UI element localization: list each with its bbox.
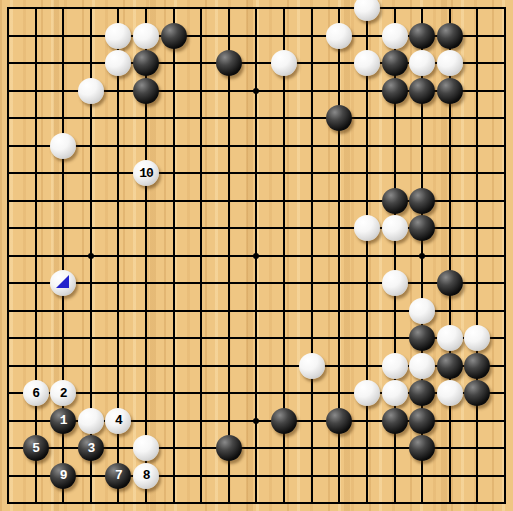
- intersection[interactable]: [215, 352, 243, 380]
- intersection[interactable]: [243, 269, 271, 297]
- intersection[interactable]: [353, 0, 381, 22]
- intersection[interactable]: [353, 49, 381, 77]
- intersection[interactable]: [160, 462, 188, 490]
- intersection[interactable]: [49, 132, 77, 160]
- intersection[interactable]: [22, 489, 50, 511]
- intersection[interactable]: [353, 297, 381, 325]
- intersection[interactable]: [353, 104, 381, 132]
- intersection[interactable]: [187, 214, 215, 242]
- intersection[interactable]: [491, 49, 513, 77]
- intersection[interactable]: [0, 434, 22, 462]
- intersection[interactable]: [49, 0, 77, 22]
- intersection[interactable]: [381, 489, 409, 511]
- intersection[interactable]: [49, 214, 77, 242]
- intersection[interactable]: [187, 324, 215, 352]
- intersection[interactable]: [464, 379, 492, 407]
- intersection[interactable]: [160, 0, 188, 22]
- intersection[interactable]: [436, 77, 464, 105]
- intersection[interactable]: [49, 104, 77, 132]
- intersection[interactable]: [353, 187, 381, 215]
- intersection[interactable]: [160, 77, 188, 105]
- intersection[interactable]: [160, 187, 188, 215]
- intersection[interactable]: [381, 352, 409, 380]
- intersection[interactable]: [353, 214, 381, 242]
- intersection[interactable]: [215, 434, 243, 462]
- intersection[interactable]: [187, 22, 215, 50]
- intersection[interactable]: [132, 489, 160, 511]
- intersection[interactable]: 1: [49, 407, 77, 435]
- intersection[interactable]: [298, 104, 326, 132]
- intersection[interactable]: [243, 214, 271, 242]
- intersection[interactable]: [270, 297, 298, 325]
- intersection[interactable]: [326, 132, 354, 160]
- intersection[interactable]: [436, 22, 464, 50]
- intersection[interactable]: [326, 214, 354, 242]
- intersection[interactable]: [243, 22, 271, 50]
- intersection[interactable]: [381, 159, 409, 187]
- intersection[interactable]: [270, 49, 298, 77]
- intersection[interactable]: [381, 0, 409, 22]
- intersection[interactable]: [408, 462, 436, 490]
- intersection[interactable]: [298, 352, 326, 380]
- intersection[interactable]: [22, 49, 50, 77]
- intersection[interactable]: [298, 462, 326, 490]
- intersection[interactable]: [49, 242, 77, 270]
- intersection[interactable]: [215, 77, 243, 105]
- intersection[interactable]: [270, 269, 298, 297]
- intersection[interactable]: [381, 104, 409, 132]
- intersection[interactable]: [105, 352, 133, 380]
- intersection[interactable]: [105, 159, 133, 187]
- intersection[interactable]: [160, 352, 188, 380]
- intersection[interactable]: [22, 269, 50, 297]
- intersection[interactable]: [215, 187, 243, 215]
- intersection[interactable]: [160, 407, 188, 435]
- intersection[interactable]: [0, 242, 22, 270]
- intersection[interactable]: [326, 187, 354, 215]
- intersection[interactable]: [0, 49, 22, 77]
- intersection[interactable]: [187, 0, 215, 22]
- intersection[interactable]: [77, 132, 105, 160]
- intersection[interactable]: [381, 214, 409, 242]
- intersection[interactable]: 2: [49, 379, 77, 407]
- intersection[interactable]: [381, 434, 409, 462]
- intersection[interactable]: [270, 489, 298, 511]
- intersection[interactable]: [326, 324, 354, 352]
- intersection[interactable]: [132, 0, 160, 22]
- intersection[interactable]: [215, 159, 243, 187]
- intersection[interactable]: [326, 489, 354, 511]
- intersection[interactable]: [381, 407, 409, 435]
- intersection[interactable]: [132, 379, 160, 407]
- intersection[interactable]: [49, 22, 77, 50]
- intersection[interactable]: [215, 0, 243, 22]
- intersection[interactable]: [160, 214, 188, 242]
- intersection[interactable]: [381, 242, 409, 270]
- intersection[interactable]: [464, 297, 492, 325]
- intersection[interactable]: [105, 379, 133, 407]
- intersection[interactable]: [353, 242, 381, 270]
- intersection[interactable]: [187, 407, 215, 435]
- intersection[interactable]: [436, 379, 464, 407]
- intersection[interactable]: [408, 489, 436, 511]
- intersection[interactable]: [49, 77, 77, 105]
- intersection[interactable]: [22, 462, 50, 490]
- intersection[interactable]: [408, 242, 436, 270]
- intersection[interactable]: [187, 77, 215, 105]
- intersection[interactable]: [353, 269, 381, 297]
- intersection[interactable]: [326, 159, 354, 187]
- intersection[interactable]: [270, 462, 298, 490]
- intersection[interactable]: [160, 434, 188, 462]
- intersection[interactable]: 10: [132, 159, 160, 187]
- intersection[interactable]: [298, 324, 326, 352]
- intersection[interactable]: [436, 49, 464, 77]
- intersection[interactable]: [270, 352, 298, 380]
- intersection[interactable]: [464, 407, 492, 435]
- intersection[interactable]: [491, 22, 513, 50]
- intersection[interactable]: [353, 434, 381, 462]
- intersection[interactable]: [243, 407, 271, 435]
- intersection[interactable]: [326, 104, 354, 132]
- intersection[interactable]: [132, 242, 160, 270]
- intersection[interactable]: [243, 49, 271, 77]
- intersection[interactable]: [77, 489, 105, 511]
- intersection[interactable]: [77, 352, 105, 380]
- intersection[interactable]: [187, 379, 215, 407]
- intersection[interactable]: [49, 324, 77, 352]
- intersection[interactable]: [243, 104, 271, 132]
- intersection[interactable]: [353, 462, 381, 490]
- intersection[interactable]: [436, 269, 464, 297]
- intersection[interactable]: [436, 297, 464, 325]
- intersection[interactable]: [408, 187, 436, 215]
- intersection[interactable]: [298, 132, 326, 160]
- intersection[interactable]: [381, 187, 409, 215]
- intersection[interactable]: [22, 132, 50, 160]
- intersection[interactable]: [105, 269, 133, 297]
- intersection[interactable]: [187, 434, 215, 462]
- intersection[interactable]: [298, 49, 326, 77]
- intersection[interactable]: [436, 462, 464, 490]
- intersection[interactable]: [353, 379, 381, 407]
- intersection[interactable]: [0, 0, 22, 22]
- intersection[interactable]: [436, 132, 464, 160]
- intersection[interactable]: [0, 462, 22, 490]
- intersection[interactable]: [187, 297, 215, 325]
- intersection[interactable]: [353, 489, 381, 511]
- intersection[interactable]: [381, 132, 409, 160]
- intersection[interactable]: 5: [22, 434, 50, 462]
- intersection[interactable]: [326, 434, 354, 462]
- intersection[interactable]: [408, 324, 436, 352]
- intersection[interactable]: [49, 187, 77, 215]
- intersection[interactable]: [77, 22, 105, 50]
- intersection[interactable]: [408, 297, 436, 325]
- intersection[interactable]: [298, 297, 326, 325]
- intersection[interactable]: [298, 407, 326, 435]
- intersection[interactable]: [270, 214, 298, 242]
- intersection[interactable]: 4: [105, 407, 133, 435]
- intersection[interactable]: [353, 159, 381, 187]
- intersection[interactable]: [77, 379, 105, 407]
- intersection[interactable]: [491, 132, 513, 160]
- intersection[interactable]: [22, 104, 50, 132]
- intersection[interactable]: [381, 22, 409, 50]
- intersection[interactable]: [408, 104, 436, 132]
- intersection[interactable]: [215, 297, 243, 325]
- intersection[interactable]: [381, 462, 409, 490]
- intersection[interactable]: [270, 434, 298, 462]
- intersection[interactable]: [381, 379, 409, 407]
- intersection[interactable]: [464, 187, 492, 215]
- intersection[interactable]: [187, 104, 215, 132]
- intersection[interactable]: [408, 49, 436, 77]
- intersection[interactable]: [105, 489, 133, 511]
- intersection[interactable]: [132, 77, 160, 105]
- intersection[interactable]: [132, 214, 160, 242]
- intersection[interactable]: [187, 242, 215, 270]
- intersection[interactable]: [298, 242, 326, 270]
- intersection[interactable]: [215, 407, 243, 435]
- intersection[interactable]: [436, 434, 464, 462]
- intersection[interactable]: [187, 269, 215, 297]
- intersection[interactable]: [215, 462, 243, 490]
- intersection[interactable]: [22, 187, 50, 215]
- intersection[interactable]: [464, 214, 492, 242]
- intersection[interactable]: [132, 104, 160, 132]
- intersection[interactable]: [491, 352, 513, 380]
- intersection[interactable]: [215, 489, 243, 511]
- intersection[interactable]: [353, 407, 381, 435]
- intersection[interactable]: [0, 132, 22, 160]
- intersection[interactable]: [187, 159, 215, 187]
- intersection[interactable]: [77, 0, 105, 22]
- intersection[interactable]: [298, 159, 326, 187]
- intersection[interactable]: [408, 77, 436, 105]
- intersection[interactable]: [132, 49, 160, 77]
- intersection[interactable]: [0, 352, 22, 380]
- intersection[interactable]: [464, 352, 492, 380]
- intersection[interactable]: [491, 242, 513, 270]
- intersection[interactable]: [491, 407, 513, 435]
- intersection[interactable]: [49, 297, 77, 325]
- intersection[interactable]: [77, 49, 105, 77]
- intersection[interactable]: [49, 352, 77, 380]
- intersection[interactable]: [77, 462, 105, 490]
- intersection[interactable]: [0, 22, 22, 50]
- intersection[interactable]: [77, 407, 105, 435]
- intersection[interactable]: [298, 434, 326, 462]
- intersection[interactable]: [77, 159, 105, 187]
- intersection[interactable]: [381, 77, 409, 105]
- intersection[interactable]: 9: [49, 462, 77, 490]
- intersection[interactable]: [105, 214, 133, 242]
- intersection[interactable]: [381, 324, 409, 352]
- intersection[interactable]: [215, 22, 243, 50]
- intersection[interactable]: 6: [22, 379, 50, 407]
- intersection[interactable]: [215, 104, 243, 132]
- intersection[interactable]: [22, 297, 50, 325]
- intersection[interactable]: [105, 22, 133, 50]
- intersection[interactable]: [326, 22, 354, 50]
- intersection[interactable]: [270, 159, 298, 187]
- intersection[interactable]: [436, 324, 464, 352]
- intersection[interactable]: [243, 159, 271, 187]
- intersection[interactable]: 8: [132, 462, 160, 490]
- intersection[interactable]: [408, 159, 436, 187]
- intersection[interactable]: [187, 352, 215, 380]
- intersection[interactable]: [436, 214, 464, 242]
- intersection[interactable]: [77, 297, 105, 325]
- intersection[interactable]: [408, 269, 436, 297]
- intersection[interactable]: [491, 187, 513, 215]
- intersection[interactable]: [215, 214, 243, 242]
- intersection[interactable]: [160, 132, 188, 160]
- intersection[interactable]: [436, 352, 464, 380]
- intersection[interactable]: [105, 49, 133, 77]
- intersection[interactable]: [491, 269, 513, 297]
- intersection[interactable]: [187, 132, 215, 160]
- intersection[interactable]: [270, 104, 298, 132]
- intersection[interactable]: [105, 297, 133, 325]
- intersection[interactable]: [326, 297, 354, 325]
- intersection[interactable]: [160, 159, 188, 187]
- intersection[interactable]: [215, 132, 243, 160]
- intersection[interactable]: [464, 462, 492, 490]
- intersection[interactable]: [436, 489, 464, 511]
- intersection[interactable]: [49, 434, 77, 462]
- intersection[interactable]: [0, 187, 22, 215]
- intersection[interactable]: [326, 49, 354, 77]
- intersection[interactable]: [243, 379, 271, 407]
- intersection[interactable]: [326, 352, 354, 380]
- intersection[interactable]: [77, 214, 105, 242]
- intersection[interactable]: [353, 132, 381, 160]
- intersection[interactable]: [464, 324, 492, 352]
- intersection[interactable]: [464, 132, 492, 160]
- intersection[interactable]: [491, 324, 513, 352]
- intersection[interactable]: [160, 104, 188, 132]
- intersection[interactable]: [243, 132, 271, 160]
- intersection[interactable]: [270, 22, 298, 50]
- intersection[interactable]: [215, 242, 243, 270]
- intersection[interactable]: [22, 214, 50, 242]
- intersection[interactable]: [77, 269, 105, 297]
- intersection[interactable]: [0, 407, 22, 435]
- intersection[interactable]: [464, 49, 492, 77]
- intersection[interactable]: [298, 77, 326, 105]
- intersection[interactable]: [326, 269, 354, 297]
- intersection[interactable]: [270, 77, 298, 105]
- intersection[interactable]: [464, 104, 492, 132]
- intersection[interactable]: [22, 324, 50, 352]
- intersection[interactable]: [491, 297, 513, 325]
- intersection[interactable]: [0, 297, 22, 325]
- intersection[interactable]: [132, 434, 160, 462]
- intersection[interactable]: [491, 489, 513, 511]
- intersection[interactable]: [187, 187, 215, 215]
- intersection[interactable]: [353, 77, 381, 105]
- intersection[interactable]: [243, 324, 271, 352]
- intersection[interactable]: [491, 462, 513, 490]
- intersection[interactable]: [436, 187, 464, 215]
- intersection[interactable]: [326, 0, 354, 22]
- intersection[interactable]: [270, 407, 298, 435]
- intersection[interactable]: [298, 22, 326, 50]
- intersection[interactable]: [408, 379, 436, 407]
- intersection[interactable]: [243, 0, 271, 22]
- intersection[interactable]: [105, 132, 133, 160]
- intersection[interactable]: [160, 269, 188, 297]
- intersection[interactable]: [408, 407, 436, 435]
- intersection[interactable]: [464, 77, 492, 105]
- intersection[interactable]: [105, 104, 133, 132]
- intersection[interactable]: [160, 22, 188, 50]
- intersection[interactable]: [298, 187, 326, 215]
- intersection[interactable]: [243, 462, 271, 490]
- intersection[interactable]: [298, 489, 326, 511]
- intersection[interactable]: [160, 324, 188, 352]
- intersection[interactable]: 3: [77, 434, 105, 462]
- intersection[interactable]: [298, 379, 326, 407]
- intersection[interactable]: [0, 77, 22, 105]
- intersection[interactable]: [160, 297, 188, 325]
- intersection[interactable]: [243, 434, 271, 462]
- intersection[interactable]: [408, 214, 436, 242]
- intersection[interactable]: [270, 242, 298, 270]
- intersection[interactable]: [77, 77, 105, 105]
- intersection[interactable]: [105, 242, 133, 270]
- intersection[interactable]: [22, 352, 50, 380]
- intersection[interactable]: [49, 49, 77, 77]
- intersection[interactable]: [464, 22, 492, 50]
- intersection[interactable]: [298, 269, 326, 297]
- intersection[interactable]: [132, 324, 160, 352]
- intersection[interactable]: [464, 159, 492, 187]
- intersection[interactable]: [132, 407, 160, 435]
- intersection[interactable]: [436, 159, 464, 187]
- intersection[interactable]: [160, 242, 188, 270]
- intersection[interactable]: [353, 324, 381, 352]
- intersection[interactable]: [491, 379, 513, 407]
- intersection[interactable]: [243, 297, 271, 325]
- intersection[interactable]: [215, 379, 243, 407]
- intersection[interactable]: [436, 242, 464, 270]
- intersection[interactable]: [298, 214, 326, 242]
- intersection[interactable]: [77, 242, 105, 270]
- intersection[interactable]: [491, 0, 513, 22]
- intersection[interactable]: [215, 269, 243, 297]
- intersection[interactable]: [408, 0, 436, 22]
- intersection[interactable]: [491, 434, 513, 462]
- intersection[interactable]: [22, 159, 50, 187]
- intersection[interactable]: [132, 22, 160, 50]
- intersection[interactable]: [408, 352, 436, 380]
- intersection[interactable]: [408, 434, 436, 462]
- intersection[interactable]: [491, 159, 513, 187]
- intersection[interactable]: [0, 324, 22, 352]
- intersection[interactable]: [326, 379, 354, 407]
- intersection[interactable]: [243, 489, 271, 511]
- intersection[interactable]: [436, 104, 464, 132]
- intersection[interactable]: [381, 49, 409, 77]
- intersection[interactable]: [160, 489, 188, 511]
- intersection[interactable]: [0, 159, 22, 187]
- intersection[interactable]: [0, 214, 22, 242]
- intersection[interactable]: [270, 0, 298, 22]
- intersection[interactable]: [491, 104, 513, 132]
